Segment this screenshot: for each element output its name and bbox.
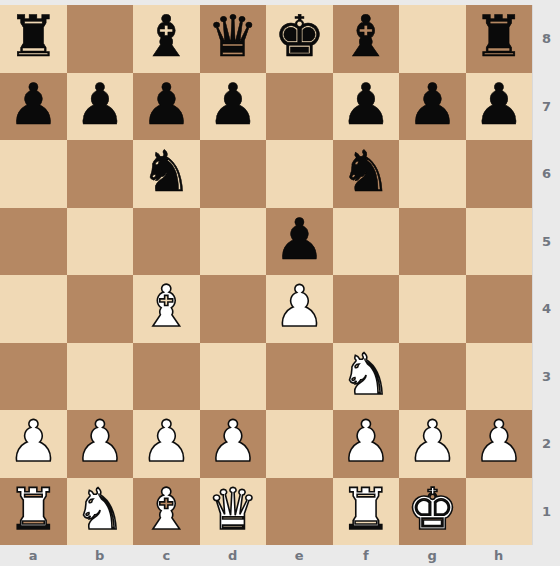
piece-black-pawn[interactable]: ♟ <box>340 76 391 133</box>
square-b3[interactable] <box>67 343 134 411</box>
piece-white-pawn[interactable]: ♟ <box>141 413 192 470</box>
square-a2[interactable]: ♟ <box>0 410 67 478</box>
square-b8[interactable] <box>67 5 134 73</box>
piece-black-rook[interactable]: ♜ <box>8 8 59 65</box>
square-c3[interactable] <box>133 343 200 411</box>
square-e5[interactable]: ♟ <box>266 208 333 276</box>
square-h5[interactable] <box>466 208 533 276</box>
square-e8[interactable]: ♚ <box>266 5 333 73</box>
square-b5[interactable] <box>67 208 134 276</box>
file-label-a: a <box>0 545 67 566</box>
piece-black-pawn[interactable]: ♟ <box>274 211 325 268</box>
piece-white-pawn[interactable]: ♟ <box>407 413 458 470</box>
piece-black-pawn[interactable]: ♟ <box>407 76 458 133</box>
square-h2[interactable]: ♟ <box>466 410 533 478</box>
piece-black-knight[interactable]: ♞ <box>340 143 391 200</box>
square-f7[interactable]: ♟ <box>333 73 400 141</box>
piece-white-rook[interactable]: ♜ <box>340 481 391 538</box>
piece-black-pawn[interactable]: ♟ <box>8 76 59 133</box>
piece-black-pawn[interactable]: ♟ <box>74 76 125 133</box>
square-e2[interactable] <box>266 410 333 478</box>
piece-white-pawn[interactable]: ♟ <box>74 413 125 470</box>
file-label-h: h <box>466 545 533 566</box>
square-c7[interactable]: ♟ <box>133 73 200 141</box>
piece-white-bishop[interactable]: ♝ <box>141 481 192 538</box>
square-h8[interactable]: ♜ <box>466 5 533 73</box>
piece-black-knight[interactable]: ♞ <box>141 143 192 200</box>
square-h7[interactable]: ♟ <box>466 73 533 141</box>
file-label-b: b <box>67 545 134 566</box>
rank-coordinates: 87654321 <box>532 5 560 545</box>
file-label-f: f <box>333 545 400 566</box>
rank-label-5: 5 <box>533 208 560 276</box>
square-f2[interactable]: ♟ <box>333 410 400 478</box>
square-a7[interactable]: ♟ <box>0 73 67 141</box>
square-c4[interactable]: ♝ <box>133 275 200 343</box>
square-e4[interactable]: ♟ <box>266 275 333 343</box>
square-g3[interactable] <box>399 343 466 411</box>
piece-black-king[interactable]: ♚ <box>274 8 325 65</box>
square-a4[interactable] <box>0 275 67 343</box>
square-a3[interactable] <box>0 343 67 411</box>
square-c6[interactable]: ♞ <box>133 140 200 208</box>
square-c8[interactable]: ♝ <box>133 5 200 73</box>
piece-black-pawn[interactable]: ♟ <box>473 76 524 133</box>
square-a1[interactable]: ♜ <box>0 478 67 546</box>
piece-black-rook[interactable]: ♜ <box>473 8 524 65</box>
square-b4[interactable] <box>67 275 134 343</box>
square-c5[interactable] <box>133 208 200 276</box>
piece-white-pawn[interactable]: ♟ <box>207 413 258 470</box>
square-e6[interactable] <box>266 140 333 208</box>
square-h6[interactable] <box>466 140 533 208</box>
square-d2[interactable]: ♟ <box>200 410 267 478</box>
square-f4[interactable] <box>333 275 400 343</box>
square-a5[interactable] <box>0 208 67 276</box>
square-e1[interactable] <box>266 478 333 546</box>
square-d7[interactable]: ♟ <box>200 73 267 141</box>
piece-white-king[interactable]: ♚ <box>407 481 458 538</box>
square-a6[interactable] <box>0 140 67 208</box>
square-h4[interactable] <box>466 275 533 343</box>
square-b6[interactable] <box>67 140 134 208</box>
file-label-d: d <box>200 545 267 566</box>
piece-white-queen[interactable]: ♛ <box>207 481 258 538</box>
piece-black-pawn[interactable]: ♟ <box>141 76 192 133</box>
square-d3[interactable] <box>200 343 267 411</box>
square-d8[interactable]: ♛ <box>200 5 267 73</box>
square-b2[interactable]: ♟ <box>67 410 134 478</box>
square-d1[interactable]: ♛ <box>200 478 267 546</box>
rank-label-8: 8 <box>533 5 560 73</box>
rank-label-3: 3 <box>533 343 560 411</box>
file-coordinates: abcdefgh <box>0 545 532 566</box>
square-g7[interactable]: ♟ <box>399 73 466 141</box>
square-d4[interactable] <box>200 275 267 343</box>
piece-white-knight[interactable]: ♞ <box>74 481 125 538</box>
rank-label-2: 2 <box>533 410 560 478</box>
square-f1[interactable]: ♜ <box>333 478 400 546</box>
square-b1[interactable]: ♞ <box>67 478 134 546</box>
piece-white-rook[interactable]: ♜ <box>8 481 59 538</box>
page-background: ♜♝♛♚♝♜♟♟♟♟♟♟♟♞♞♟♝♟♞♟♟♟♟♟♟♟♜♞♝♛♜♚ 8765432… <box>0 0 560 566</box>
square-b7[interactable]: ♟ <box>67 73 134 141</box>
square-d5[interactable] <box>200 208 267 276</box>
piece-black-bishop[interactable]: ♝ <box>340 8 391 65</box>
square-e7[interactable] <box>266 73 333 141</box>
chess-board: ♜♝♛♚♝♜♟♟♟♟♟♟♟♞♞♟♝♟♞♟♟♟♟♟♟♟♜♞♝♛♜♚ <box>0 5 532 545</box>
rank-label-4: 4 <box>533 275 560 343</box>
piece-white-pawn[interactable]: ♟ <box>340 413 391 470</box>
square-g5[interactable] <box>399 208 466 276</box>
file-label-c: c <box>133 545 200 566</box>
square-c2[interactable]: ♟ <box>133 410 200 478</box>
piece-white-knight[interactable]: ♞ <box>340 346 391 403</box>
piece-white-pawn[interactable]: ♟ <box>274 278 325 335</box>
square-d6[interactable] <box>200 140 267 208</box>
square-f3[interactable]: ♞ <box>333 343 400 411</box>
board-area: ♜♝♛♚♝♜♟♟♟♟♟♟♟♞♞♟♝♟♞♟♟♟♟♟♟♟♜♞♝♛♜♚ 8765432… <box>0 5 560 545</box>
square-g1[interactable]: ♚ <box>399 478 466 546</box>
piece-black-bishop[interactable]: ♝ <box>141 8 192 65</box>
square-a8[interactable]: ♜ <box>0 5 67 73</box>
square-f6[interactable]: ♞ <box>333 140 400 208</box>
file-label-g: g <box>399 545 466 566</box>
square-e3[interactable] <box>266 343 333 411</box>
piece-black-queen[interactable]: ♛ <box>207 8 258 65</box>
square-h3[interactable] <box>466 343 533 411</box>
rank-label-1: 1 <box>533 478 560 546</box>
piece-white-pawn[interactable]: ♟ <box>473 413 524 470</box>
square-f8[interactable]: ♝ <box>333 5 400 73</box>
piece-white-pawn[interactable]: ♟ <box>8 413 59 470</box>
square-c1[interactable]: ♝ <box>133 478 200 546</box>
square-f5[interactable] <box>333 208 400 276</box>
piece-black-pawn[interactable]: ♟ <box>207 76 258 133</box>
file-label-e: e <box>266 545 333 566</box>
rank-label-7: 7 <box>533 73 560 141</box>
square-g6[interactable] <box>399 140 466 208</box>
piece-white-bishop[interactable]: ♝ <box>141 278 192 335</box>
square-h1[interactable] <box>466 478 533 546</box>
square-g4[interactable] <box>399 275 466 343</box>
rank-label-6: 6 <box>533 140 560 208</box>
square-g8[interactable] <box>399 5 466 73</box>
square-g2[interactable]: ♟ <box>399 410 466 478</box>
